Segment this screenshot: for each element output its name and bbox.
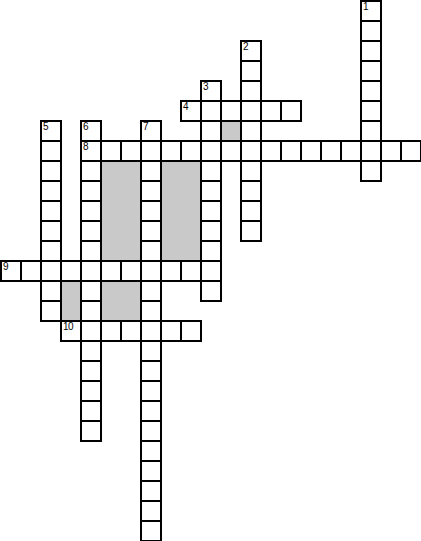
cell-r2-c18[interactable] xyxy=(361,41,381,61)
cell-r7-c11[interactable] xyxy=(221,141,241,161)
cell-r24-c7[interactable] xyxy=(141,481,161,501)
cell-r16-c3[interactable]: 10 xyxy=(61,321,81,341)
clue-number-2: 2 xyxy=(243,42,248,51)
cell-r22-c7[interactable] xyxy=(141,441,161,461)
cell-r5-c9[interactable]: 4 xyxy=(181,101,201,121)
cell-r13-c6[interactable] xyxy=(121,261,141,281)
cell-r7-c18[interactable] xyxy=(361,141,381,161)
clue-number-8: 8 xyxy=(83,142,88,151)
cell-r16-c4[interactable] xyxy=(81,321,101,341)
cell-r10-c4[interactable] xyxy=(81,201,101,221)
cell-r8-c4[interactable] xyxy=(81,161,101,181)
crossword-board: 12345678910 xyxy=(0,0,421,541)
cell-r9-c7[interactable] xyxy=(141,181,161,201)
cell-r16-c9[interactable] xyxy=(181,321,201,341)
cell-r11-c7[interactable] xyxy=(141,221,161,241)
cell-r25-c7[interactable] xyxy=(141,501,161,521)
cell-r6-c4[interactable]: 6 xyxy=(81,121,101,141)
shaded-region-4 xyxy=(61,281,81,321)
cell-r11-c10[interactable] xyxy=(201,221,221,241)
cell-r23-c7[interactable] xyxy=(141,461,161,481)
clue-number-4: 4 xyxy=(183,102,188,111)
cell-r11-c2[interactable] xyxy=(41,221,61,241)
cell-r16-c7[interactable] xyxy=(141,321,161,341)
cell-r14-c10[interactable] xyxy=(201,281,221,301)
cell-r17-c7[interactable] xyxy=(141,341,161,361)
cell-r13-c4[interactable] xyxy=(81,261,101,281)
cell-r13-c9[interactable] xyxy=(181,261,201,281)
cell-r9-c4[interactable] xyxy=(81,181,101,201)
cell-r10-c2[interactable] xyxy=(41,201,61,221)
cell-r6-c10[interactable] xyxy=(201,121,221,141)
cell-r14-c7[interactable] xyxy=(141,281,161,301)
cell-r16-c5[interactable] xyxy=(101,321,121,341)
cell-r5-c13[interactable] xyxy=(261,101,281,121)
cell-r15-c4[interactable] xyxy=(81,301,101,321)
cell-r7-c20[interactable] xyxy=(401,141,421,161)
cell-r9-c12[interactable] xyxy=(241,181,261,201)
cell-r5-c14[interactable] xyxy=(281,101,301,121)
cell-r18-c7[interactable] xyxy=(141,361,161,381)
cell-r5-c10[interactable] xyxy=(201,101,221,121)
cell-r13-c5[interactable] xyxy=(101,261,121,281)
cell-r3-c18[interactable] xyxy=(361,61,381,81)
cell-r10-c7[interactable] xyxy=(141,201,161,221)
clue-number-9: 9 xyxy=(3,262,8,271)
cell-r7-c16[interactable] xyxy=(321,141,341,161)
crossword-grid: 12345678910 xyxy=(1,1,421,541)
cell-r20-c7[interactable] xyxy=(141,401,161,421)
cell-r5-c18[interactable] xyxy=(361,101,381,121)
cell-r9-c10[interactable] xyxy=(201,181,221,201)
cell-r11-c12[interactable] xyxy=(241,221,261,241)
cell-r12-c7[interactable] xyxy=(141,241,161,261)
cell-r7-c8[interactable] xyxy=(161,141,181,161)
cell-r10-c10[interactable] xyxy=(201,201,221,221)
cell-r7-c10[interactable] xyxy=(201,141,221,161)
cell-r7-c19[interactable] xyxy=(381,141,401,161)
cell-r5-c12[interactable] xyxy=(241,101,261,121)
cell-r20-c4[interactable] xyxy=(81,401,101,421)
cell-r8-c7[interactable] xyxy=(141,161,161,181)
cell-r7-c6[interactable] xyxy=(121,141,141,161)
cell-r7-c4[interactable]: 8 xyxy=(81,141,101,161)
cell-r21-c7[interactable] xyxy=(141,421,161,441)
cell-r7-c13[interactable] xyxy=(261,141,281,161)
cell-r7-c17[interactable] xyxy=(341,141,361,161)
cell-r18-c4[interactable] xyxy=(81,361,101,381)
cell-r5-c11[interactable] xyxy=(221,101,241,121)
cell-r26-c7[interactable] xyxy=(141,521,161,541)
cell-r12-c4[interactable] xyxy=(81,241,101,261)
cell-r7-c7[interactable] xyxy=(141,141,161,161)
cell-r13-c2[interactable] xyxy=(41,261,61,281)
cell-r21-c4[interactable] xyxy=(81,421,101,441)
cell-r9-c2[interactable] xyxy=(41,181,61,201)
cell-r3-c12[interactable] xyxy=(241,61,261,81)
cell-r8-c2[interactable] xyxy=(41,161,61,181)
clue-number-1: 1 xyxy=(363,2,368,11)
clue-number-10: 10 xyxy=(63,322,73,331)
cell-r13-c7[interactable] xyxy=(141,261,161,281)
cell-r14-c2[interactable] xyxy=(41,281,61,301)
cell-r7-c15[interactable] xyxy=(301,141,321,161)
cell-r6-c2[interactable]: 5 xyxy=(41,121,61,141)
cell-r0-c18[interactable]: 1 xyxy=(361,1,381,21)
cell-r17-c4[interactable] xyxy=(81,341,101,361)
cell-r2-c12[interactable]: 2 xyxy=(241,41,261,61)
cell-r16-c8[interactable] xyxy=(161,321,181,341)
cell-r13-c3[interactable] xyxy=(61,261,81,281)
cell-r6-c12[interactable] xyxy=(241,121,261,141)
cell-r19-c7[interactable] xyxy=(141,381,161,401)
cell-r6-c7[interactable]: 7 xyxy=(141,121,161,141)
cell-r8-c12[interactable] xyxy=(241,161,261,181)
cell-r13-c8[interactable] xyxy=(161,261,181,281)
cell-r11-c4[interactable] xyxy=(81,221,101,241)
cell-r4-c10[interactable]: 3 xyxy=(201,81,221,101)
cell-r8-c10[interactable] xyxy=(201,161,221,181)
cell-r6-c18[interactable] xyxy=(361,121,381,141)
clue-number-5: 5 xyxy=(43,122,48,131)
cell-r15-c7[interactable] xyxy=(141,301,161,321)
clue-number-6: 6 xyxy=(83,122,88,131)
cell-r13-c0[interactable]: 9 xyxy=(1,261,21,281)
cell-r13-c1[interactable] xyxy=(21,261,41,281)
cell-r10-c12[interactable] xyxy=(241,201,261,221)
cell-r4-c18[interactable] xyxy=(361,81,381,101)
clue-number-7: 7 xyxy=(143,122,148,131)
clue-number-3: 3 xyxy=(203,82,208,91)
cell-r14-c4[interactable] xyxy=(81,281,101,301)
shaded-region-3 xyxy=(161,161,201,261)
cell-r15-c2[interactable] xyxy=(41,301,61,321)
cell-r16-c6[interactable] xyxy=(121,321,141,341)
cell-r7-c14[interactable] xyxy=(281,141,301,161)
cell-r7-c9[interactable] xyxy=(181,141,201,161)
cell-r19-c4[interactable] xyxy=(81,381,101,401)
shaded-region-1 xyxy=(221,121,241,141)
cell-r7-c5[interactable] xyxy=(101,141,121,161)
cell-r8-c18[interactable] xyxy=(361,161,381,181)
shaded-region-5 xyxy=(101,281,141,321)
cell-r4-c12[interactable] xyxy=(241,81,261,101)
cell-r13-c10[interactable] xyxy=(201,261,221,281)
cell-r12-c2[interactable] xyxy=(41,241,61,261)
cell-r1-c18[interactable] xyxy=(361,21,381,41)
shaded-region-2 xyxy=(101,161,141,261)
cell-r7-c12[interactable] xyxy=(241,141,261,161)
cell-r7-c2[interactable] xyxy=(41,141,61,161)
cell-r12-c10[interactable] xyxy=(201,241,221,261)
